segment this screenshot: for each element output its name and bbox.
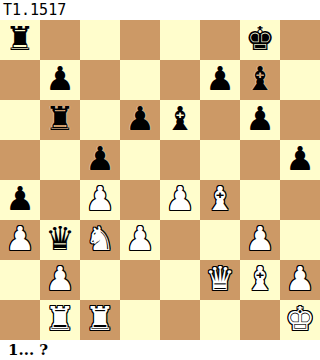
square-d4[interactable] [120,180,160,220]
white-pawn[interactable]: ♟ [5,219,35,259]
square-e2[interactable] [160,260,200,300]
move-prompt: 1... ? [8,341,48,359]
square-b4[interactable] [40,180,80,220]
square-h6[interactable] [280,100,320,140]
white-rook[interactable]: ♜ [85,299,115,339]
white-king[interactable]: ♚ [285,299,315,339]
square-g2[interactable]: ♝ [240,260,280,300]
black-pawn[interactable]: ♟ [125,99,155,139]
square-b3[interactable]: ♛ [40,220,80,260]
square-f6[interactable] [200,100,240,140]
square-c8[interactable] [80,20,120,60]
black-rook[interactable]: ♜ [45,99,75,139]
square-g8[interactable]: ♚ [240,20,280,60]
black-pawn[interactable]: ♟ [5,179,35,219]
square-e3[interactable] [160,220,200,260]
white-rook[interactable]: ♜ [45,299,75,339]
puzzle-title: T1.1517 [3,1,66,19]
square-a4[interactable]: ♟ [0,180,40,220]
square-d3[interactable]: ♟ [120,220,160,260]
square-c6[interactable] [80,100,120,140]
square-g7[interactable]: ♝ [240,60,280,100]
black-queen[interactable]: ♛ [45,219,75,259]
square-a5[interactable] [0,140,40,180]
square-h4[interactable] [280,180,320,220]
square-h7[interactable] [280,60,320,100]
black-pawn[interactable]: ♟ [285,139,315,179]
square-c1[interactable]: ♜ [80,300,120,340]
square-d1[interactable] [120,300,160,340]
square-a7[interactable] [0,60,40,100]
black-pawn[interactable]: ♟ [205,59,235,99]
white-pawn[interactable]: ♟ [165,179,195,219]
black-king[interactable]: ♚ [245,19,275,59]
square-f8[interactable] [200,20,240,60]
square-e4[interactable]: ♟ [160,180,200,220]
square-d2[interactable] [120,260,160,300]
square-a3[interactable]: ♟ [0,220,40,260]
white-pawn[interactable]: ♟ [45,259,75,299]
square-b5[interactable] [40,140,80,180]
square-h5[interactable]: ♟ [280,140,320,180]
square-e1[interactable] [160,300,200,340]
square-h3[interactable] [280,220,320,260]
square-e7[interactable] [160,60,200,100]
square-g5[interactable] [240,140,280,180]
square-c7[interactable] [80,60,120,100]
square-b2[interactable]: ♟ [40,260,80,300]
square-f7[interactable]: ♟ [200,60,240,100]
square-b1[interactable]: ♜ [40,300,80,340]
square-g1[interactable] [240,300,280,340]
square-c4[interactable]: ♟ [80,180,120,220]
white-pawn[interactable]: ♟ [85,179,115,219]
square-d8[interactable] [120,20,160,60]
black-pawn[interactable]: ♟ [245,99,275,139]
square-f5[interactable] [200,140,240,180]
square-b7[interactable]: ♟ [40,60,80,100]
square-h1[interactable]: ♚ [280,300,320,340]
white-bishop[interactable]: ♝ [205,179,235,219]
square-f2[interactable]: ♛ [200,260,240,300]
square-f3[interactable] [200,220,240,260]
square-g6[interactable]: ♟ [240,100,280,140]
black-pawn[interactable]: ♟ [45,59,75,99]
square-b8[interactable] [40,20,80,60]
black-bishop[interactable]: ♝ [165,99,195,139]
square-h8[interactable] [280,20,320,60]
white-pawn[interactable]: ♟ [245,219,275,259]
square-h2[interactable]: ♟ [280,260,320,300]
square-a6[interactable] [0,100,40,140]
white-knight[interactable]: ♞ [85,219,115,259]
white-bishop[interactable]: ♝ [245,259,275,299]
square-a2[interactable] [0,260,40,300]
title-bar: T1.1517 [0,0,320,20]
square-a8[interactable]: ♜ [0,20,40,60]
black-rook[interactable]: ♜ [5,19,35,59]
square-b6[interactable]: ♜ [40,100,80,140]
square-c3[interactable]: ♞ [80,220,120,260]
black-bishop[interactable]: ♝ [245,59,275,99]
square-e5[interactable] [160,140,200,180]
square-a1[interactable] [0,300,40,340]
white-pawn[interactable]: ♟ [285,259,315,299]
white-queen[interactable]: ♛ [205,259,235,299]
square-g4[interactable] [240,180,280,220]
chess-board: ♜♚♟♟♝♜♟♝♟♟♟♟♟♟♝♟♛♞♟♟♟♛♝♟♜♜♚ [0,20,320,340]
square-c5[interactable]: ♟ [80,140,120,180]
square-d5[interactable] [120,140,160,180]
status-bar: 1... ? [0,340,320,360]
square-d7[interactable] [120,60,160,100]
white-pawn[interactable]: ♟ [125,219,155,259]
square-e8[interactable] [160,20,200,60]
square-g3[interactable]: ♟ [240,220,280,260]
black-pawn[interactable]: ♟ [85,139,115,179]
square-e6[interactable]: ♝ [160,100,200,140]
square-f1[interactable] [200,300,240,340]
square-d6[interactable]: ♟ [120,100,160,140]
square-f4[interactable]: ♝ [200,180,240,220]
square-c2[interactable] [80,260,120,300]
